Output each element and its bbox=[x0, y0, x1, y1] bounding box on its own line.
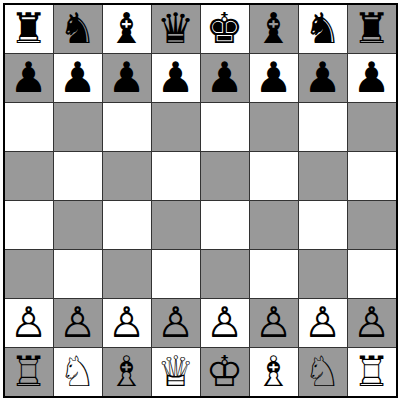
piece-black-pawn: ♟ bbox=[59, 54, 97, 102]
piece-black-pawn: ♟ bbox=[108, 54, 146, 102]
square-h7[interactable]: ♟ bbox=[348, 54, 396, 102]
piece-white-pawn: ♙ bbox=[59, 299, 97, 347]
square-e3[interactable] bbox=[201, 250, 249, 298]
piece-white-pawn: ♙ bbox=[353, 299, 391, 347]
piece-white-queen: ♕ bbox=[157, 348, 195, 396]
square-a6[interactable] bbox=[5, 103, 53, 151]
square-a8[interactable]: ♜ bbox=[5, 5, 53, 53]
square-c6[interactable] bbox=[103, 103, 151, 151]
square-c7[interactable]: ♟ bbox=[103, 54, 151, 102]
piece-black-king: ♚ bbox=[206, 5, 244, 53]
square-f3[interactable] bbox=[250, 250, 298, 298]
piece-white-pawn: ♙ bbox=[255, 299, 293, 347]
square-g2[interactable]: ♙ bbox=[299, 299, 347, 347]
piece-white-king: ♔ bbox=[206, 348, 244, 396]
square-b1[interactable]: ♘ bbox=[54, 348, 102, 396]
square-b8[interactable]: ♞ bbox=[54, 5, 102, 53]
square-g7[interactable]: ♟ bbox=[299, 54, 347, 102]
square-e7[interactable]: ♟ bbox=[201, 54, 249, 102]
square-a3[interactable] bbox=[5, 250, 53, 298]
square-g3[interactable] bbox=[299, 250, 347, 298]
square-c4[interactable] bbox=[103, 201, 151, 249]
piece-black-pawn: ♟ bbox=[304, 54, 342, 102]
square-h6[interactable] bbox=[348, 103, 396, 151]
square-f5[interactable] bbox=[250, 152, 298, 200]
square-a2[interactable]: ♙ bbox=[5, 299, 53, 347]
piece-white-pawn: ♙ bbox=[206, 299, 244, 347]
piece-black-rook: ♜ bbox=[353, 5, 391, 53]
square-h4[interactable] bbox=[348, 201, 396, 249]
piece-black-pawn: ♟ bbox=[353, 54, 391, 102]
square-b6[interactable] bbox=[54, 103, 102, 151]
square-b7[interactable]: ♟ bbox=[54, 54, 102, 102]
square-f6[interactable] bbox=[250, 103, 298, 151]
piece-black-pawn: ♟ bbox=[206, 54, 244, 102]
square-d7[interactable]: ♟ bbox=[152, 54, 200, 102]
square-c1[interactable]: ♗ bbox=[103, 348, 151, 396]
square-d6[interactable] bbox=[152, 103, 200, 151]
piece-white-pawn: ♙ bbox=[304, 299, 342, 347]
board-area: ♜♞♝♛♚♝♞♜♟♟♟♟♟♟♟♟♙♙♙♙♙♙♙♙♖♘♗♕♔♗♘♖ bbox=[0, 0, 400, 402]
square-a7[interactable]: ♟ bbox=[5, 54, 53, 102]
square-e8[interactable]: ♚ bbox=[201, 5, 249, 53]
square-b5[interactable] bbox=[54, 152, 102, 200]
square-f8[interactable]: ♝ bbox=[250, 5, 298, 53]
piece-white-pawn: ♙ bbox=[108, 299, 146, 347]
square-h1[interactable]: ♖ bbox=[348, 348, 396, 396]
square-e1[interactable]: ♔ bbox=[201, 348, 249, 396]
square-h2[interactable]: ♙ bbox=[348, 299, 396, 347]
piece-white-knight: ♘ bbox=[304, 348, 342, 396]
square-a4[interactable] bbox=[5, 201, 53, 249]
chess-board: ♜♞♝♛♚♝♞♜♟♟♟♟♟♟♟♟♙♙♙♙♙♙♙♙♖♘♗♕♔♗♘♖ bbox=[3, 3, 398, 398]
piece-black-pawn: ♟ bbox=[157, 54, 195, 102]
piece-black-pawn: ♟ bbox=[255, 54, 293, 102]
piece-black-knight: ♞ bbox=[59, 5, 97, 53]
square-a1[interactable]: ♖ bbox=[5, 348, 53, 396]
square-c5[interactable] bbox=[103, 152, 151, 200]
square-h5[interactable] bbox=[348, 152, 396, 200]
square-b4[interactable] bbox=[54, 201, 102, 249]
square-d4[interactable] bbox=[152, 201, 200, 249]
square-b3[interactable] bbox=[54, 250, 102, 298]
square-d5[interactable] bbox=[152, 152, 200, 200]
piece-black-rook: ♜ bbox=[10, 5, 48, 53]
square-f7[interactable]: ♟ bbox=[250, 54, 298, 102]
piece-white-pawn: ♙ bbox=[157, 299, 195, 347]
square-d2[interactable]: ♙ bbox=[152, 299, 200, 347]
piece-black-bishop: ♝ bbox=[255, 5, 293, 53]
piece-white-rook: ♖ bbox=[10, 348, 48, 396]
square-g5[interactable] bbox=[299, 152, 347, 200]
square-c3[interactable] bbox=[103, 250, 151, 298]
square-f2[interactable]: ♙ bbox=[250, 299, 298, 347]
square-a5[interactable] bbox=[5, 152, 53, 200]
square-d1[interactable]: ♕ bbox=[152, 348, 200, 396]
piece-black-knight: ♞ bbox=[304, 5, 342, 53]
square-h8[interactable]: ♜ bbox=[348, 5, 396, 53]
piece-white-bishop: ♗ bbox=[255, 348, 293, 396]
square-f4[interactable] bbox=[250, 201, 298, 249]
square-d8[interactable]: ♛ bbox=[152, 5, 200, 53]
square-f1[interactable]: ♗ bbox=[250, 348, 298, 396]
square-d3[interactable] bbox=[152, 250, 200, 298]
square-e5[interactable] bbox=[201, 152, 249, 200]
square-e2[interactable]: ♙ bbox=[201, 299, 249, 347]
piece-white-bishop: ♗ bbox=[108, 348, 146, 396]
square-g6[interactable] bbox=[299, 103, 347, 151]
piece-white-pawn: ♙ bbox=[10, 299, 48, 347]
piece-white-knight: ♘ bbox=[59, 348, 97, 396]
square-h3[interactable] bbox=[348, 250, 396, 298]
piece-black-pawn: ♟ bbox=[10, 54, 48, 102]
square-b2[interactable]: ♙ bbox=[54, 299, 102, 347]
square-g4[interactable] bbox=[299, 201, 347, 249]
square-c8[interactable]: ♝ bbox=[103, 5, 151, 53]
square-g8[interactable]: ♞ bbox=[299, 5, 347, 53]
piece-black-queen: ♛ bbox=[157, 5, 195, 53]
square-g1[interactable]: ♘ bbox=[299, 348, 347, 396]
square-c2[interactable]: ♙ bbox=[103, 299, 151, 347]
piece-white-rook: ♖ bbox=[353, 348, 391, 396]
piece-black-bishop: ♝ bbox=[108, 5, 146, 53]
square-e4[interactable] bbox=[201, 201, 249, 249]
square-e6[interactable] bbox=[201, 103, 249, 151]
